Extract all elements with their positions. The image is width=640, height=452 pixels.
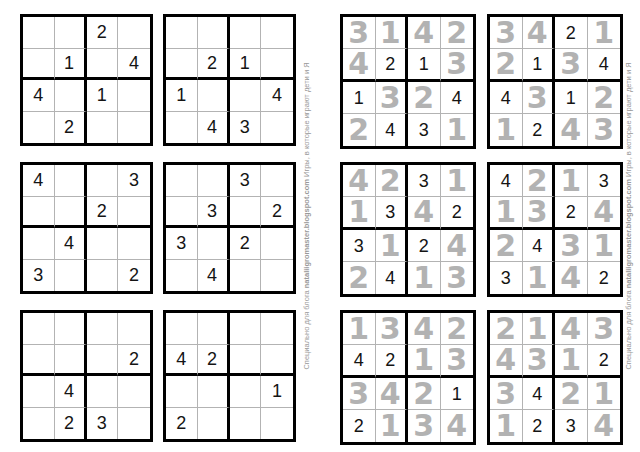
sudoku-cell: 1 [87, 80, 119, 112]
sudoku-cell [166, 197, 198, 229]
sudoku-cell: 1 [523, 313, 556, 345]
sudoku-cell: 4 [523, 378, 556, 410]
sudoku-cell: 3 [523, 345, 556, 378]
sudoku-cell [87, 49, 119, 81]
solution-grid-4: 4213132424313142 [487, 162, 623, 297]
sudoku-cell: 1 [166, 80, 198, 112]
sudoku-cell: 1 [588, 17, 621, 49]
puzzle-grid-2: 211443 [163, 14, 296, 146]
sudoku-cell: 4 [198, 112, 230, 144]
sudoku-cell: 3 [87, 408, 119, 440]
sudoku-cell: 3 [198, 197, 230, 229]
sudoku-cell: 3 [166, 228, 198, 260]
sudoku-cell: 1 [343, 313, 376, 345]
sudoku-cell [87, 228, 119, 260]
puzzle-grid-3: 432432 [20, 162, 153, 294]
sudoku-cell: 4 [441, 82, 474, 114]
solution-grid-1: 3142421313242431 [340, 14, 476, 149]
sudoku-cell: 1 [376, 230, 409, 262]
sudoku-cell: 2 [555, 17, 588, 49]
solution-grid-6: 2143431234211234 [487, 310, 623, 445]
sudoku-cell: 4 [490, 165, 523, 197]
sudoku-cell: 4 [261, 80, 293, 112]
sudoku-cell: 3 [118, 165, 150, 197]
sudoku-cell: 2 [555, 197, 588, 230]
sudoku-cell [230, 260, 262, 292]
sudoku-cell: 4 [555, 114, 588, 146]
sudoku-cell [118, 112, 150, 144]
sudoku-cell [166, 17, 198, 49]
sudoku-cell: 4 [118, 49, 150, 81]
sudoku-cell: 3 [441, 49, 474, 82]
sudoku-cell: 1 [441, 165, 474, 197]
sudoku-cell: 2 [343, 410, 376, 442]
sudoku-cell: 1 [490, 410, 523, 442]
sudoku-cell [198, 228, 230, 260]
puzzle-grid-4: 332324 [163, 162, 296, 294]
sudoku-cell [261, 17, 293, 49]
sudoku-cell: 1 [343, 82, 376, 114]
sudoku-cell: 2 [55, 408, 87, 440]
sudoku-cell: 4 [555, 313, 588, 345]
sudoku-cell: 2 [198, 49, 230, 81]
sudoku-cell [118, 408, 150, 440]
sudoku-cell: 3 [441, 262, 474, 294]
sudoku-cell: 4 [490, 82, 523, 114]
sudoku-cell: 4 [588, 197, 621, 230]
sudoku-cell: 1 [588, 230, 621, 262]
sudoku-cell: 1 [490, 114, 523, 146]
sudoku-cell: 1 [55, 49, 87, 81]
sudoku-cell: 1 [555, 82, 588, 114]
sudoku-cell [55, 313, 87, 345]
sudoku-cell [87, 376, 119, 408]
sudoku-cell: 3 [408, 410, 441, 442]
sudoku-cell: 4 [441, 410, 474, 442]
sudoku-cell [118, 17, 150, 49]
sudoku-cell [55, 17, 87, 49]
sudoku-cell: 4 [408, 17, 441, 49]
sudoku-cell [230, 376, 262, 408]
sudoku-cell: 4 [376, 378, 409, 410]
sudoku-cell: 3 [343, 17, 376, 49]
sudoku-cell: 4 [343, 165, 376, 197]
sudoku-worksheet-page: 214412 211443 432432 332324 2423 4212 31… [0, 0, 640, 452]
sudoku-cell: 2 [490, 230, 523, 262]
sudoku-cell [55, 260, 87, 292]
sudoku-cell: 4 [441, 230, 474, 262]
sudoku-cell: 3 [343, 378, 376, 410]
sudoku-cell [166, 260, 198, 292]
sudoku-cell: 1 [523, 49, 556, 82]
watermark-suffix: Игры, в которые играют дети и Я [302, 62, 311, 177]
sudoku-cell: 3 [376, 313, 409, 345]
sudoku-cell [23, 313, 55, 345]
sudoku-cell [23, 17, 55, 49]
sudoku-cell: 4 [408, 197, 441, 230]
sudoku-cell: 2 [87, 17, 119, 49]
puzzle-grid-1: 214412 [20, 14, 153, 146]
sudoku-cell [230, 197, 262, 229]
sudoku-cell [166, 313, 198, 345]
puzzle-grid-6: 4212 [163, 310, 296, 442]
sudoku-cell: 3 [490, 262, 523, 294]
sudoku-cell [23, 112, 55, 144]
sudoku-cell: 3 [523, 197, 556, 230]
sudoku-cell: 4 [490, 345, 523, 378]
sudoku-cell: 2 [523, 165, 556, 197]
sudoku-cell: 4 [55, 376, 87, 408]
sudoku-cell [198, 80, 230, 112]
sudoku-cell: 2 [441, 313, 474, 345]
sudoku-cell [55, 80, 87, 112]
sudoku-cell [166, 112, 198, 144]
sudoku-cell [261, 49, 293, 81]
sudoku-cell: 3 [523, 82, 556, 114]
sudoku-cell: 1 [408, 49, 441, 82]
sudoku-cell: 2 [230, 228, 262, 260]
sudoku-cell [87, 260, 119, 292]
sudoku-cell [87, 165, 119, 197]
sudoku-cell [118, 80, 150, 112]
sudoku-cell: 2 [408, 230, 441, 262]
sudoku-cell: 4 [343, 345, 376, 378]
sudoku-cell [23, 408, 55, 440]
sudoku-cell: 2 [198, 345, 230, 377]
sudoku-cell: 1 [408, 262, 441, 294]
sudoku-cell [23, 345, 55, 377]
sudoku-cell: 3 [230, 165, 262, 197]
solution-grid-3: 4231134231242413 [340, 162, 476, 297]
sudoku-cell: 3 [555, 230, 588, 262]
sudoku-cell [118, 228, 150, 260]
sudoku-cell: 4 [588, 410, 621, 442]
sudoku-cell [87, 313, 119, 345]
watermark-blog-url: nataliigromaster.blogspot.com [624, 179, 633, 288]
sudoku-cell [55, 165, 87, 197]
sudoku-cell: 3 [408, 114, 441, 146]
sudoku-cell: 1 [408, 345, 441, 378]
sudoku-cell [230, 313, 262, 345]
sudoku-cell [261, 112, 293, 144]
sudoku-cell [261, 345, 293, 377]
solution-grid-5: 1342421334212134 [340, 310, 476, 445]
puzzle-grid-5: 2423 [20, 310, 153, 442]
sudoku-cell: 2 [55, 112, 87, 144]
sudoku-cell: 1 [230, 49, 262, 81]
sudoku-cell: 2 [490, 49, 523, 82]
watermark-prefix: Специально для блога [624, 290, 633, 369]
sudoku-cell: 1 [588, 378, 621, 410]
sudoku-cell: 2 [376, 345, 409, 378]
sudoku-cell: 2 [588, 82, 621, 114]
sudoku-cell [87, 345, 119, 377]
solution-grid-2: 3421213443121243 [487, 14, 623, 149]
sudoku-cell: 3 [408, 165, 441, 197]
sudoku-cell: 3 [555, 410, 588, 442]
sudoku-cell: 4 [523, 230, 556, 262]
sudoku-cell: 2 [376, 165, 409, 197]
sudoku-cell: 4 [555, 262, 588, 294]
sudoku-cell [55, 345, 87, 377]
sudoku-cell: 4 [588, 49, 621, 82]
sudoku-cell: 2 [441, 197, 474, 230]
sudoku-cell [198, 17, 230, 49]
sudoku-cell: 1 [376, 17, 409, 49]
sudoku-cell [198, 376, 230, 408]
sudoku-cell: 2 [261, 197, 293, 229]
sudoku-cell [118, 313, 150, 345]
sudoku-cell: 2 [490, 313, 523, 345]
sudoku-cell [198, 408, 230, 440]
sudoku-cell: 2 [555, 378, 588, 410]
sudoku-cell: 4 [55, 228, 87, 260]
sudoku-cell [55, 197, 87, 229]
sudoku-cell: 4 [408, 313, 441, 345]
sudoku-cell [198, 165, 230, 197]
sudoku-cell: 3 [555, 49, 588, 82]
sudoku-cell: 2 [408, 82, 441, 114]
sudoku-cell: 3 [588, 165, 621, 197]
watermark-left: Специально для блога nataliigromaster.bl… [302, 6, 314, 426]
sudoku-cell: 1 [523, 262, 556, 294]
watermark-prefix: Специально для блога [302, 290, 311, 369]
sudoku-cell [198, 313, 230, 345]
sudoku-cell: 4 [376, 114, 409, 146]
sudoku-cell: 4 [23, 165, 55, 197]
sudoku-cell: 4 [523, 17, 556, 49]
watermark-blog-url: nataliigromaster.blogspot.com [302, 179, 311, 288]
sudoku-cell: 3 [441, 345, 474, 378]
sudoku-cell [166, 49, 198, 81]
sudoku-cell: 4 [343, 49, 376, 82]
sudoku-cell: 2 [376, 49, 409, 82]
sudoku-cell: 2 [588, 345, 621, 378]
sudoku-cell: 2 [87, 197, 119, 229]
sudoku-cell [261, 313, 293, 345]
sudoku-cell: 2 [166, 408, 198, 440]
sudoku-cell: 2 [118, 345, 150, 377]
sudoku-cell: 2 [343, 114, 376, 146]
sudoku-cell: 2 [441, 17, 474, 49]
sudoku-cell: 4 [166, 345, 198, 377]
sudoku-cell [166, 165, 198, 197]
sudoku-cell: 4 [376, 262, 409, 294]
sudoku-cell [23, 376, 55, 408]
sudoku-cell: 1 [343, 197, 376, 230]
sudoku-cell: 2 [343, 262, 376, 294]
sudoku-cell: 4 [23, 80, 55, 112]
sudoku-cell: 3 [490, 378, 523, 410]
sudoku-cell [87, 112, 119, 144]
sudoku-cell: 3 [490, 17, 523, 49]
sudoku-cell: 2 [118, 260, 150, 292]
sudoku-cell [261, 260, 293, 292]
sudoku-cell [118, 376, 150, 408]
sudoku-cell: 3 [23, 260, 55, 292]
sudoku-cell: 2 [523, 410, 556, 442]
sudoku-cell [261, 408, 293, 440]
sudoku-cell: 2 [588, 262, 621, 294]
sudoku-cell: 4 [198, 260, 230, 292]
sudoku-cell: 3 [343, 230, 376, 262]
sudoku-cell [261, 228, 293, 260]
sudoku-cell: 3 [230, 112, 262, 144]
sudoku-cell: 1 [441, 378, 474, 410]
sudoku-cell: 3 [588, 313, 621, 345]
sudoku-cell: 2 [408, 378, 441, 410]
sudoku-cell [23, 228, 55, 260]
sudoku-cell: 1 [490, 197, 523, 230]
sudoku-cell [230, 408, 262, 440]
sudoku-cell [230, 17, 262, 49]
sudoku-cell: 1 [555, 165, 588, 197]
watermark-suffix: Игры, в которые играют дети и Я [624, 62, 633, 177]
sudoku-cell [230, 80, 262, 112]
sudoku-cell: 1 [261, 376, 293, 408]
sudoku-cell: 2 [523, 114, 556, 146]
sudoku-cell: 1 [555, 345, 588, 378]
sudoku-cell [118, 197, 150, 229]
sudoku-cell [230, 345, 262, 377]
sudoku-cell [261, 165, 293, 197]
watermark-right: Специально для блога nataliigromaster.bl… [624, 6, 636, 426]
sudoku-cell: 3 [376, 197, 409, 230]
sudoku-cell [166, 376, 198, 408]
sudoku-cell: 1 [441, 114, 474, 146]
sudoku-cell: 1 [376, 410, 409, 442]
sudoku-cell: 3 [588, 114, 621, 146]
sudoku-cell [23, 49, 55, 81]
sudoku-cell [23, 197, 55, 229]
sudoku-cell: 3 [376, 82, 409, 114]
